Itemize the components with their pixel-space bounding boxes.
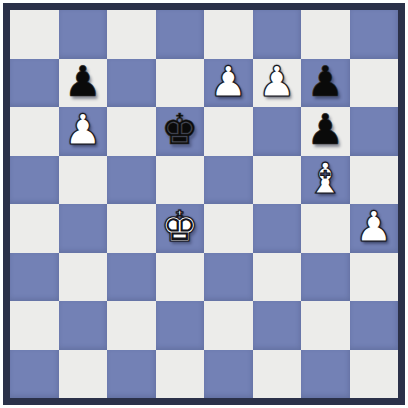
square-c2[interactable]: [107, 301, 156, 350]
square-d7[interactable]: [156, 59, 205, 108]
square-h5[interactable]: [350, 156, 399, 205]
square-e6[interactable]: [204, 107, 253, 156]
square-b8[interactable]: [59, 10, 108, 59]
square-c7[interactable]: [107, 59, 156, 108]
square-h1[interactable]: [350, 350, 399, 399]
square-d5[interactable]: [156, 156, 205, 205]
square-d8[interactable]: [156, 10, 205, 59]
square-a3[interactable]: [10, 253, 59, 302]
piece-black-king[interactable]: ♚: [161, 109, 199, 151]
square-f8[interactable]: [253, 10, 302, 59]
square-d6[interactable]: ♚: [156, 107, 205, 156]
square-c1[interactable]: [107, 350, 156, 399]
piece-white-pawn[interactable]: ♟: [209, 61, 247, 103]
square-f2[interactable]: [253, 301, 302, 350]
square-f1[interactable]: [253, 350, 302, 399]
square-e1[interactable]: [204, 350, 253, 399]
square-d3[interactable]: [156, 253, 205, 302]
square-g4[interactable]: [301, 204, 350, 253]
square-b2[interactable]: [59, 301, 108, 350]
square-a2[interactable]: [10, 301, 59, 350]
chess-board: ♟♟♟♟♟♚♟♝♚♟: [10, 10, 398, 398]
square-g5[interactable]: ♝: [301, 156, 350, 205]
square-d4[interactable]: ♚: [156, 204, 205, 253]
piece-black-pawn[interactable]: ♟: [306, 109, 344, 151]
piece-black-pawn[interactable]: ♟: [306, 61, 344, 103]
square-g1[interactable]: [301, 350, 350, 399]
square-c3[interactable]: [107, 253, 156, 302]
square-d1[interactable]: [156, 350, 205, 399]
square-e4[interactable]: [204, 204, 253, 253]
square-h8[interactable]: [350, 10, 399, 59]
piece-white-pawn[interactable]: ♟: [355, 206, 393, 248]
square-b4[interactable]: [59, 204, 108, 253]
piece-white-pawn[interactable]: ♟: [64, 109, 102, 151]
square-d2[interactable]: [156, 301, 205, 350]
board-frame: ♟♟♟♟♟♚♟♝♚♟: [3, 3, 405, 405]
square-f3[interactable]: [253, 253, 302, 302]
square-h4[interactable]: ♟: [350, 204, 399, 253]
square-f5[interactable]: [253, 156, 302, 205]
square-f7[interactable]: ♟: [253, 59, 302, 108]
square-b1[interactable]: [59, 350, 108, 399]
square-b3[interactable]: [59, 253, 108, 302]
square-h7[interactable]: [350, 59, 399, 108]
piece-white-bishop[interactable]: ♝: [306, 158, 344, 200]
square-c4[interactable]: [107, 204, 156, 253]
square-e5[interactable]: [204, 156, 253, 205]
square-a5[interactable]: [10, 156, 59, 205]
piece-black-pawn[interactable]: ♟: [64, 61, 102, 103]
square-e3[interactable]: [204, 253, 253, 302]
square-g8[interactable]: [301, 10, 350, 59]
square-a8[interactable]: [10, 10, 59, 59]
square-b7[interactable]: ♟: [59, 59, 108, 108]
square-h6[interactable]: [350, 107, 399, 156]
square-c8[interactable]: [107, 10, 156, 59]
square-a4[interactable]: [10, 204, 59, 253]
square-c6[interactable]: [107, 107, 156, 156]
square-h2[interactable]: [350, 301, 399, 350]
square-g6[interactable]: ♟: [301, 107, 350, 156]
square-a6[interactable]: [10, 107, 59, 156]
square-h3[interactable]: [350, 253, 399, 302]
chess-diagram: ♟♟♟♟♟♚♟♝♚♟: [0, 0, 408, 408]
square-g7[interactable]: ♟: [301, 59, 350, 108]
square-b5[interactable]: [59, 156, 108, 205]
square-a1[interactable]: [10, 350, 59, 399]
piece-white-king[interactable]: ♚: [161, 206, 199, 248]
square-c5[interactable]: [107, 156, 156, 205]
piece-white-pawn[interactable]: ♟: [258, 61, 296, 103]
square-e8[interactable]: [204, 10, 253, 59]
square-a7[interactable]: [10, 59, 59, 108]
square-e2[interactable]: [204, 301, 253, 350]
square-f4[interactable]: [253, 204, 302, 253]
square-g2[interactable]: [301, 301, 350, 350]
square-g3[interactable]: [301, 253, 350, 302]
square-f6[interactable]: [253, 107, 302, 156]
square-b6[interactable]: ♟: [59, 107, 108, 156]
square-e7[interactable]: ♟: [204, 59, 253, 108]
